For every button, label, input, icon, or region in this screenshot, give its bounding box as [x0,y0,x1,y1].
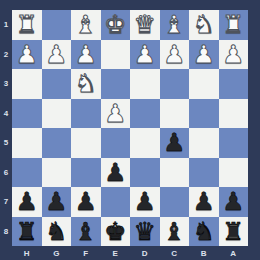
rank-label-2: 2 [0,40,12,70]
square-b5[interactable] [189,128,219,158]
file-labels: HGFEDCBA [12,246,248,260]
piece-black-queen[interactable]: ♛ [134,219,156,244]
file-label-h: H [12,246,42,260]
rank-label-7: 7 [0,187,12,217]
square-a7[interactable]: ♟ [219,187,249,217]
piece-white-queen[interactable]: ♛ [134,12,156,37]
square-b6[interactable] [189,158,219,188]
piece-black-pawn[interactable]: ♟ [163,130,185,155]
square-e5[interactable] [101,128,131,158]
piece-black-king[interactable]: ♚ [104,219,126,244]
square-d2[interactable]: ♟ [130,40,160,70]
piece-black-pawn[interactable]: ♟ [134,189,156,214]
square-c7[interactable] [160,187,190,217]
square-a6[interactable] [219,158,249,188]
square-a1[interactable]: ♜ [219,10,249,40]
rank-label-1: 1 [0,10,12,40]
square-d5[interactable] [130,128,160,158]
square-g4[interactable] [42,99,72,129]
square-d3[interactable] [130,69,160,99]
square-c2[interactable]: ♟ [160,40,190,70]
piece-black-pawn[interactable]: ♟ [75,189,97,214]
square-f5[interactable] [71,128,101,158]
square-h8[interactable]: ♜ [12,217,42,247]
piece-black-pawn[interactable]: ♟ [16,189,38,214]
square-g3[interactable] [42,69,72,99]
square-a4[interactable] [219,99,249,129]
square-b8[interactable]: ♞ [189,217,219,247]
square-c1[interactable]: ♝ [160,10,190,40]
piece-white-bishop[interactable]: ♝ [75,12,97,37]
file-label-f: F [71,246,101,260]
piece-black-rook[interactable]: ♜ [16,219,38,244]
square-a3[interactable] [219,69,249,99]
piece-white-pawn[interactable]: ♟ [222,42,244,67]
square-g6[interactable] [42,158,72,188]
rank-label-6: 6 [0,158,12,188]
square-b3[interactable] [189,69,219,99]
square-f2[interactable]: ♟ [71,40,101,70]
square-e7[interactable] [101,187,131,217]
square-d7[interactable]: ♟ [130,187,160,217]
piece-white-pawn[interactable]: ♟ [134,42,156,67]
square-f7[interactable]: ♟ [71,187,101,217]
square-e2[interactable] [101,40,131,70]
piece-black-bishop[interactable]: ♝ [75,219,97,244]
square-g7[interactable]: ♟ [42,187,72,217]
file-label-d: D [130,246,160,260]
square-e4[interactable]: ♟ [101,99,131,129]
square-e1[interactable]: ♚ [101,10,131,40]
piece-white-rook[interactable]: ♜ [222,12,244,37]
square-a2[interactable]: ♟ [219,40,249,70]
square-c4[interactable] [160,99,190,129]
rank-labels: 12345678 [0,10,12,246]
square-f4[interactable] [71,99,101,129]
piece-white-pawn[interactable]: ♟ [163,42,185,67]
rank-label-4: 4 [0,99,12,129]
square-h3[interactable] [12,69,42,99]
square-b7[interactable]: ♟ [189,187,219,217]
file-label-a: A [219,246,249,260]
piece-white-knight[interactable]: ♞ [193,12,215,37]
square-h7[interactable]: ♟ [12,187,42,217]
square-b4[interactable] [189,99,219,129]
square-h5[interactable] [12,128,42,158]
piece-black-knight[interactable]: ♞ [193,219,215,244]
square-g1[interactable] [42,10,72,40]
chess-board[interactable]: ♜♝♚♛♝♞♜♟♟♟♟♟♟♟♞♟♟♟♟♟♟♟♟♟♜♞♝♚♛♝♞♜ [12,10,248,246]
square-g5[interactable] [42,128,72,158]
square-f8[interactable]: ♝ [71,217,101,247]
square-b2[interactable]: ♟ [189,40,219,70]
square-c6[interactable] [160,158,190,188]
square-c8[interactable]: ♝ [160,217,190,247]
square-h4[interactable] [12,99,42,129]
piece-white-king[interactable]: ♚ [104,12,126,37]
square-e3[interactable] [101,69,131,99]
piece-white-pawn[interactable]: ♟ [16,42,38,67]
piece-black-pawn[interactable]: ♟ [104,160,126,185]
piece-black-pawn[interactable]: ♟ [222,189,244,214]
piece-black-pawn[interactable]: ♟ [45,189,67,214]
file-label-b: B [189,246,219,260]
square-e8[interactable]: ♚ [101,217,131,247]
piece-white-knight[interactable]: ♞ [75,71,97,96]
square-a5[interactable] [219,128,249,158]
rank-label-5: 5 [0,128,12,158]
piece-white-pawn[interactable]: ♟ [104,101,126,126]
chess-board-widget: 12345678 ♜♝♚♛♝♞♜♟♟♟♟♟♟♟♞♟♟♟♟♟♟♟♟♟♜♞♝♚♛♝♞… [0,0,260,260]
piece-white-pawn[interactable]: ♟ [45,42,67,67]
square-h6[interactable] [12,158,42,188]
square-d4[interactable] [130,99,160,129]
square-c3[interactable] [160,69,190,99]
square-d1[interactable]: ♛ [130,10,160,40]
square-f6[interactable] [71,158,101,188]
file-label-e: E [101,246,131,260]
square-g2[interactable]: ♟ [42,40,72,70]
square-c5[interactable]: ♟ [160,128,190,158]
file-label-c: C [160,246,190,260]
file-label-g: G [42,246,72,260]
square-a8[interactable]: ♜ [219,217,249,247]
piece-white-pawn[interactable]: ♟ [75,42,97,67]
rank-label-8: 8 [0,217,12,247]
piece-white-rook[interactable]: ♜ [16,12,38,37]
square-h1[interactable]: ♜ [12,10,42,40]
piece-white-pawn[interactable]: ♟ [193,42,215,67]
piece-black-pawn[interactable]: ♟ [193,189,215,214]
piece-black-bishop[interactable]: ♝ [163,219,185,244]
square-d6[interactable] [130,158,160,188]
square-f3[interactable]: ♞ [71,69,101,99]
piece-black-knight[interactable]: ♞ [45,219,67,244]
square-d8[interactable]: ♛ [130,217,160,247]
square-f1[interactable]: ♝ [71,10,101,40]
square-g8[interactable]: ♞ [42,217,72,247]
rank-label-3: 3 [0,69,12,99]
square-b1[interactable]: ♞ [189,10,219,40]
piece-black-rook[interactable]: ♜ [222,219,244,244]
square-e6[interactable]: ♟ [101,158,131,188]
piece-white-bishop[interactable]: ♝ [163,12,185,37]
square-h2[interactable]: ♟ [12,40,42,70]
